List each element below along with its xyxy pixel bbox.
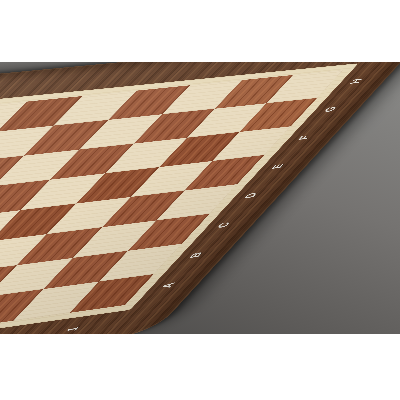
file-label-d: D	[242, 192, 260, 199]
board-grid	[0, 70, 343, 334]
letterbox-bottom	[0, 334, 400, 400]
file-label-f: F	[296, 135, 313, 141]
rank-label-1: 1	[64, 326, 82, 332]
file-label-a: A	[159, 282, 178, 289]
file-label-e: E	[269, 163, 286, 169]
photo-area: A B C D E F G H 1	[0, 62, 400, 334]
chess-board: A B C D E F G H 1	[0, 62, 400, 334]
file-label-g: G	[322, 106, 340, 113]
file-label-h: H	[348, 78, 365, 84]
file-label-b: B	[187, 252, 205, 259]
letterbox-top	[0, 0, 400, 62]
file-label-c: C	[215, 222, 233, 229]
product-photo: A B C D E F G H 1	[0, 0, 400, 400]
